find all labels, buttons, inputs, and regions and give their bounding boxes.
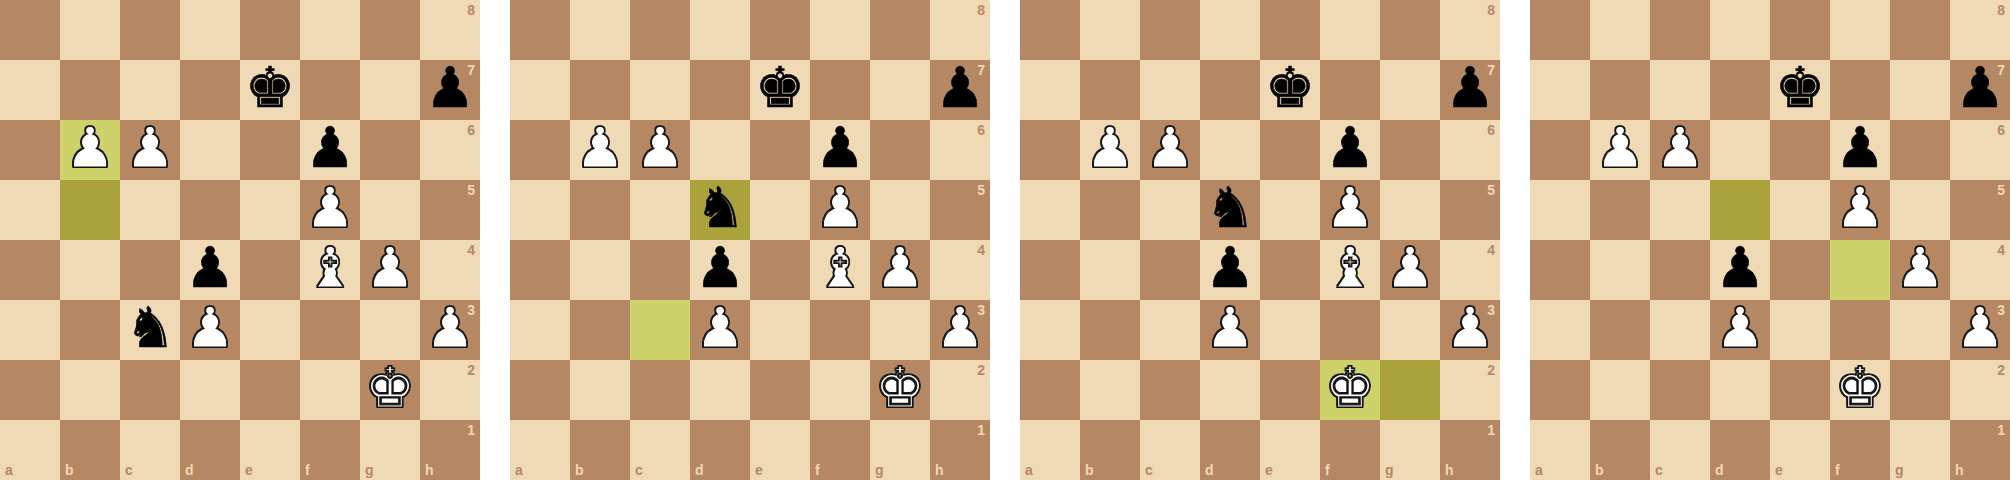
square-c6[interactable]: ♟ [120,120,180,180]
square-e6[interactable] [1260,120,1320,180]
square-g7[interactable] [1380,60,1440,120]
square-a8[interactable] [1530,0,1590,60]
square-d3[interactable]: ♟ [180,300,240,360]
square-g8[interactable] [870,0,930,60]
square-e7[interactable]: ♚ [240,60,300,120]
square-h7[interactable]: ♟7 [930,60,990,120]
black-knight[interactable]: ♞ [125,300,175,356]
square-c2[interactable] [1140,360,1200,420]
square-d7[interactable] [690,60,750,120]
white-pawn[interactable]: ♟ [305,180,355,236]
square-b1[interactable]: b [1590,420,1650,480]
square-b4[interactable] [1080,240,1140,300]
square-h8[interactable]: 8 [930,0,990,60]
black-pawn[interactable]: ♟ [185,240,235,296]
square-h3[interactable]: ♟3 [1950,300,2010,360]
square-d1[interactable]: d [1710,420,1770,480]
white-pawn[interactable]: ♟ [125,120,175,176]
white-pawn[interactable]: ♟ [875,240,925,296]
square-c7[interactable] [630,60,690,120]
square-a3[interactable] [1530,300,1590,360]
square-a8[interactable] [0,0,60,60]
square-e8[interactable] [240,0,300,60]
square-a6[interactable] [510,120,570,180]
square-h3[interactable]: ♟3 [1440,300,1500,360]
square-b6[interactable]: ♟ [570,120,630,180]
square-a5[interactable] [510,180,570,240]
square-a4[interactable] [1020,240,1080,300]
square-c1[interactable]: c [1140,420,1200,480]
black-pawn[interactable]: ♟ [305,120,355,176]
square-g8[interactable] [360,0,420,60]
square-e6[interactable] [1770,120,1830,180]
square-a5[interactable] [1020,180,1080,240]
square-a2[interactable] [1530,360,1590,420]
square-g5[interactable] [360,180,420,240]
square-d5[interactable] [1710,180,1770,240]
square-c8[interactable] [120,0,180,60]
square-f4[interactable]: ♝ [300,240,360,300]
square-f3[interactable] [1830,300,1890,360]
square-a4[interactable] [0,240,60,300]
square-b8[interactable] [570,0,630,60]
square-h5[interactable]: 5 [1950,180,2010,240]
white-pawn[interactable]: ♟ [1385,240,1435,296]
square-d1[interactable]: d [690,420,750,480]
square-d7[interactable] [1200,60,1260,120]
white-king[interactable]: ♚ [875,360,925,416]
square-b7[interactable] [1080,60,1140,120]
square-f1[interactable]: f [1830,420,1890,480]
square-d2[interactable] [1710,360,1770,420]
square-c7[interactable] [120,60,180,120]
square-b6[interactable]: ♟ [1080,120,1140,180]
black-king[interactable]: ♚ [1265,60,1315,116]
square-h1[interactable]: 1h [1950,420,2010,480]
black-pawn[interactable]: ♟ [425,60,475,116]
square-d5[interactable]: ♞ [1200,180,1260,240]
square-c1[interactable]: c [630,420,690,480]
white-pawn[interactable]: ♟ [1835,180,1885,236]
square-d2[interactable] [690,360,750,420]
square-c2[interactable] [1650,360,1710,420]
square-h2[interactable]: 2 [930,360,990,420]
square-g1[interactable]: g [870,420,930,480]
square-b1[interactable]: b [60,420,120,480]
white-pawn[interactable]: ♟ [1085,120,1135,176]
black-pawn[interactable]: ♟ [695,240,745,296]
square-f1[interactable]: f [810,420,870,480]
square-h6[interactable]: 6 [1440,120,1500,180]
square-e1[interactable]: e [1770,420,1830,480]
square-c6[interactable]: ♟ [1650,120,1710,180]
square-a1[interactable]: a [1020,420,1080,480]
square-d8[interactable] [690,0,750,60]
square-d6[interactable] [1710,120,1770,180]
square-g5[interactable] [1890,180,1950,240]
square-e4[interactable] [1260,240,1320,300]
square-c3[interactable] [630,300,690,360]
square-f6[interactable]: ♟ [1320,120,1380,180]
square-g6[interactable] [870,120,930,180]
square-a1[interactable]: a [510,420,570,480]
square-g5[interactable] [1380,180,1440,240]
square-g2[interactable]: ♚ [360,360,420,420]
square-h5[interactable]: 5 [930,180,990,240]
square-b4[interactable] [570,240,630,300]
square-b3[interactable] [570,300,630,360]
square-h4[interactable]: 4 [930,240,990,300]
square-f4[interactable]: ♝ [1320,240,1380,300]
square-f6[interactable]: ♟ [300,120,360,180]
square-e7[interactable]: ♚ [750,60,810,120]
black-pawn[interactable]: ♟ [1835,120,1885,176]
square-f2[interactable] [300,360,360,420]
square-a1[interactable]: a [0,420,60,480]
square-a7[interactable] [510,60,570,120]
square-h1[interactable]: 1h [930,420,990,480]
square-d6[interactable] [1200,120,1260,180]
square-h1[interactable]: 1h [420,420,480,480]
square-h2[interactable]: 2 [420,360,480,420]
square-e2[interactable] [750,360,810,420]
square-e1[interactable]: e [1260,420,1320,480]
black-king[interactable]: ♚ [755,60,805,116]
square-d5[interactable]: ♞ [690,180,750,240]
square-a6[interactable] [1020,120,1080,180]
square-h8[interactable]: 8 [1440,0,1500,60]
square-g4[interactable]: ♟ [360,240,420,300]
square-a8[interactable] [1020,0,1080,60]
square-d3[interactable]: ♟ [1710,300,1770,360]
square-f5[interactable]: ♟ [300,180,360,240]
black-pawn[interactable]: ♟ [1325,120,1375,176]
square-e5[interactable] [240,180,300,240]
square-b5[interactable] [60,180,120,240]
square-g5[interactable] [870,180,930,240]
square-a7[interactable] [0,60,60,120]
square-d3[interactable]: ♟ [690,300,750,360]
square-f6[interactable]: ♟ [1830,120,1890,180]
square-d3[interactable]: ♟ [1200,300,1260,360]
square-b5[interactable] [570,180,630,240]
white-pawn[interactable]: ♟ [1445,300,1495,356]
square-b6[interactable]: ♟ [1590,120,1650,180]
square-h1[interactable]: 1h [1440,420,1500,480]
square-a5[interactable] [1530,180,1590,240]
square-f1[interactable]: f [1320,420,1380,480]
square-c2[interactable] [630,360,690,420]
square-d8[interactable] [180,0,240,60]
white-bishop[interactable]: ♝ [815,240,865,296]
square-b5[interactable] [1080,180,1140,240]
square-f3[interactable] [1320,300,1380,360]
square-c4[interactable] [1650,240,1710,300]
square-g2[interactable] [1890,360,1950,420]
square-a4[interactable] [510,240,570,300]
white-pawn[interactable]: ♟ [1595,120,1645,176]
square-b1[interactable]: b [570,420,630,480]
square-b1[interactable]: b [1080,420,1140,480]
square-e1[interactable]: e [240,420,300,480]
square-e5[interactable] [1770,180,1830,240]
white-pawn[interactable]: ♟ [695,300,745,356]
square-d1[interactable]: d [1200,420,1260,480]
square-f4[interactable]: ♝ [810,240,870,300]
square-b4[interactable] [60,240,120,300]
square-g4[interactable]: ♟ [870,240,930,300]
square-h4[interactable]: 4 [1950,240,2010,300]
square-b8[interactable] [1080,0,1140,60]
square-d7[interactable] [180,60,240,120]
white-pawn[interactable]: ♟ [815,180,865,236]
square-d2[interactable] [1200,360,1260,420]
square-h2[interactable]: 2 [1440,360,1500,420]
square-g8[interactable] [1890,0,1950,60]
black-king[interactable]: ♚ [1775,60,1825,116]
square-c5[interactable] [120,180,180,240]
square-d4[interactable]: ♟ [1200,240,1260,300]
square-c5[interactable] [1140,180,1200,240]
square-d6[interactable] [690,120,750,180]
black-pawn[interactable]: ♟ [1955,60,2005,116]
white-pawn[interactable]: ♟ [635,120,685,176]
square-h3[interactable]: ♟3 [930,300,990,360]
square-d4[interactable]: ♟ [1710,240,1770,300]
square-e6[interactable] [240,120,300,180]
square-c5[interactable] [1650,180,1710,240]
white-pawn[interactable]: ♟ [1205,300,1255,356]
square-d4[interactable]: ♟ [180,240,240,300]
square-e7[interactable]: ♚ [1260,60,1320,120]
square-c3[interactable] [1140,300,1200,360]
white-pawn[interactable]: ♟ [1895,240,1945,296]
square-f6[interactable]: ♟ [810,120,870,180]
square-b3[interactable] [1590,300,1650,360]
square-d8[interactable] [1710,0,1770,60]
square-d1[interactable]: d [180,420,240,480]
square-c7[interactable] [1650,60,1710,120]
square-g3[interactable] [360,300,420,360]
square-d7[interactable] [1710,60,1770,120]
square-c8[interactable] [1140,0,1200,60]
white-pawn[interactable]: ♟ [1655,120,1705,176]
black-knight[interactable]: ♞ [1205,180,1255,236]
square-e3[interactable] [750,300,810,360]
white-pawn[interactable]: ♟ [185,300,235,356]
white-bishop[interactable]: ♝ [305,240,355,296]
square-e4[interactable] [750,240,810,300]
square-f2[interactable]: ♚ [1830,360,1890,420]
square-g3[interactable] [1890,300,1950,360]
square-e8[interactable] [1260,0,1320,60]
square-a2[interactable] [510,360,570,420]
square-e4[interactable] [240,240,300,300]
white-king[interactable]: ♚ [1835,360,1885,416]
square-g2[interactable]: ♚ [870,360,930,420]
square-e5[interactable] [750,180,810,240]
square-e3[interactable] [1770,300,1830,360]
square-c3[interactable]: ♞ [120,300,180,360]
square-g6[interactable] [1380,120,1440,180]
square-d6[interactable] [180,120,240,180]
square-b7[interactable] [570,60,630,120]
square-e7[interactable]: ♚ [1770,60,1830,120]
square-a4[interactable] [1530,240,1590,300]
square-g6[interactable] [360,120,420,180]
black-knight[interactable]: ♞ [695,180,745,236]
square-h6[interactable]: 6 [420,120,480,180]
square-f7[interactable] [1320,60,1380,120]
square-h6[interactable]: 6 [1950,120,2010,180]
black-pawn[interactable]: ♟ [815,120,865,176]
square-a2[interactable] [0,360,60,420]
square-b8[interactable] [1590,0,1650,60]
square-f3[interactable] [810,300,870,360]
square-a7[interactable] [1020,60,1080,120]
square-a7[interactable] [1530,60,1590,120]
square-a2[interactable] [1020,360,1080,420]
black-pawn[interactable]: ♟ [1445,60,1495,116]
square-h6[interactable]: 6 [930,120,990,180]
square-c4[interactable] [120,240,180,300]
square-h7[interactable]: ♟7 [420,60,480,120]
square-e4[interactable] [1770,240,1830,300]
square-e8[interactable] [1770,0,1830,60]
white-king[interactable]: ♚ [365,360,415,416]
square-g7[interactable] [360,60,420,120]
square-h7[interactable]: ♟7 [1440,60,1500,120]
white-pawn[interactable]: ♟ [935,300,985,356]
square-f8[interactable] [810,0,870,60]
square-e1[interactable]: e [750,420,810,480]
black-pawn[interactable]: ♟ [1205,240,1255,296]
square-g1[interactable]: g [1380,420,1440,480]
square-a8[interactable] [510,0,570,60]
square-c6[interactable]: ♟ [1140,120,1200,180]
square-d5[interactable] [180,180,240,240]
square-h8[interactable]: 8 [1950,0,2010,60]
square-h5[interactable]: 5 [420,180,480,240]
square-c6[interactable]: ♟ [630,120,690,180]
square-h2[interactable]: 2 [1950,360,2010,420]
square-a3[interactable] [0,300,60,360]
square-g3[interactable] [1380,300,1440,360]
square-d2[interactable] [180,360,240,420]
square-f7[interactable] [300,60,360,120]
square-b8[interactable] [60,0,120,60]
square-e5[interactable] [1260,180,1320,240]
square-c8[interactable] [1650,0,1710,60]
square-a3[interactable] [1020,300,1080,360]
white-pawn[interactable]: ♟ [1145,120,1195,176]
square-g4[interactable]: ♟ [1890,240,1950,300]
black-pawn[interactable]: ♟ [935,60,985,116]
square-b5[interactable] [1590,180,1650,240]
square-c2[interactable] [120,360,180,420]
square-b3[interactable] [1080,300,1140,360]
square-b6[interactable]: ♟ [60,120,120,180]
square-b4[interactable] [1590,240,1650,300]
square-a3[interactable] [510,300,570,360]
square-f7[interactable] [1830,60,1890,120]
square-g7[interactable] [1890,60,1950,120]
square-g4[interactable]: ♟ [1380,240,1440,300]
square-g3[interactable] [870,300,930,360]
square-b7[interactable] [1590,60,1650,120]
square-g8[interactable] [1380,0,1440,60]
square-a6[interactable] [0,120,60,180]
square-f2[interactable] [810,360,870,420]
black-king[interactable]: ♚ [245,60,295,116]
square-h5[interactable]: 5 [1440,180,1500,240]
square-c1[interactable]: c [1650,420,1710,480]
white-pawn[interactable]: ♟ [1325,180,1375,236]
square-e3[interactable] [240,300,300,360]
square-f8[interactable] [300,0,360,60]
square-h4[interactable]: 4 [420,240,480,300]
square-e2[interactable] [1770,360,1830,420]
square-c5[interactable] [630,180,690,240]
white-pawn[interactable]: ♟ [365,240,415,296]
white-king[interactable]: ♚ [1325,360,1375,416]
square-f7[interactable] [810,60,870,120]
square-c4[interactable] [630,240,690,300]
square-e2[interactable] [240,360,300,420]
square-f8[interactable] [1320,0,1380,60]
square-b3[interactable] [60,300,120,360]
square-g7[interactable] [870,60,930,120]
square-d8[interactable] [1200,0,1260,60]
square-h8[interactable]: 8 [420,0,480,60]
square-f5[interactable]: ♟ [1320,180,1380,240]
square-e6[interactable] [750,120,810,180]
square-h3[interactable]: ♟3 [420,300,480,360]
square-f1[interactable]: f [300,420,360,480]
square-f5[interactable]: ♟ [810,180,870,240]
square-g1[interactable]: g [1890,420,1950,480]
white-pawn[interactable]: ♟ [65,120,115,176]
square-c7[interactable] [1140,60,1200,120]
square-e2[interactable] [1260,360,1320,420]
white-pawn[interactable]: ♟ [1715,300,1765,356]
square-h4[interactable]: 4 [1440,240,1500,300]
square-f8[interactable] [1830,0,1890,60]
square-g1[interactable]: g [360,420,420,480]
square-f3[interactable] [300,300,360,360]
square-c8[interactable] [630,0,690,60]
square-h7[interactable]: ♟7 [1950,60,2010,120]
square-g6[interactable] [1890,120,1950,180]
square-a1[interactable]: a [1530,420,1590,480]
square-b2[interactable] [570,360,630,420]
square-c3[interactable] [1650,300,1710,360]
square-b2[interactable] [60,360,120,420]
square-b2[interactable] [1080,360,1140,420]
white-pawn[interactable]: ♟ [1955,300,2005,356]
square-a5[interactable] [0,180,60,240]
square-b7[interactable] [60,60,120,120]
square-c4[interactable] [1140,240,1200,300]
black-pawn[interactable]: ♟ [1715,240,1765,296]
square-g2[interactable] [1380,360,1440,420]
square-d4[interactable]: ♟ [690,240,750,300]
square-f5[interactable]: ♟ [1830,180,1890,240]
square-b2[interactable] [1590,360,1650,420]
white-bishop[interactable]: ♝ [1325,240,1375,296]
white-pawn[interactable]: ♟ [425,300,475,356]
square-a6[interactable] [1530,120,1590,180]
